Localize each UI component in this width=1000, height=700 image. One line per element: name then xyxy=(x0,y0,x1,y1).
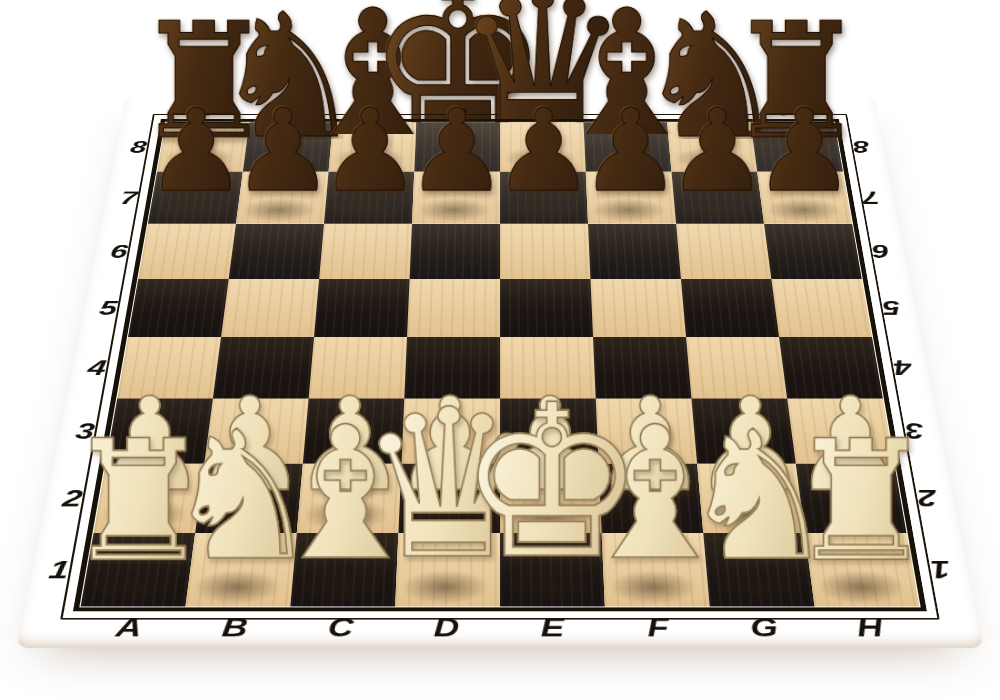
square-e6[interactable] xyxy=(500,224,590,279)
piece-shadow xyxy=(681,196,761,222)
piece-shadow xyxy=(507,196,585,222)
piece-shadow xyxy=(818,568,915,605)
chess-board: ABCDEFGH8♜♞♝♚♛♝♞♜87♟♟♟♟♟♟♟♟7665544332♟♟♟… xyxy=(16,97,984,649)
square-h6[interactable] xyxy=(764,224,862,279)
rank-label-left-6-text: 6 xyxy=(109,242,130,261)
square-b5[interactable] xyxy=(221,279,319,337)
file-label-bottom-b: B xyxy=(180,607,290,649)
board-perspective-wrapper: ABCDEFGH8♜♞♝♚♛♝♞♜87♟♟♟♟♟♟♟♟7665544332♟♟♟… xyxy=(0,0,1000,700)
rank-label-left-5-text: 5 xyxy=(98,298,119,318)
piece-shadow xyxy=(155,196,236,222)
file-label-bottom-e-text: E xyxy=(540,614,565,640)
file-label-bottom-e: E xyxy=(500,607,607,649)
square-e5[interactable] xyxy=(500,279,593,337)
board-frame-corner xyxy=(919,607,984,649)
piece-shadow xyxy=(89,568,186,605)
file-label-bottom-b-text: B xyxy=(221,614,250,640)
square-d6[interactable] xyxy=(410,224,500,279)
rank-label-right-6-text: 6 xyxy=(871,242,892,261)
square-a5[interactable] xyxy=(128,279,229,337)
photo-background: ABCDEFGH8♜♞♝♚♛♝♞♜87♟♟♟♟♟♟♟♟7665544332♟♟♟… xyxy=(0,0,1000,700)
rank-label-left-5: 5 xyxy=(78,279,138,337)
square-a6[interactable] xyxy=(138,224,236,279)
file-label-bottom-a-text: A xyxy=(114,614,145,640)
file-label-bottom-d: D xyxy=(393,607,500,649)
square-g6[interactable] xyxy=(676,224,771,279)
file-label-bottom-f-text: F xyxy=(647,614,671,640)
rank-label-right-5: 5 xyxy=(862,279,922,337)
square-b6[interactable] xyxy=(229,224,324,279)
file-label-bottom-h: H xyxy=(815,607,927,649)
square-h5[interactable] xyxy=(771,279,872,337)
piece-black-pawn[interactable]: ♟ xyxy=(700,94,908,208)
piece-shadow xyxy=(404,568,496,605)
square-g5[interactable] xyxy=(681,279,779,337)
file-label-bottom-a: A xyxy=(73,607,185,649)
square-f6[interactable] xyxy=(588,224,681,279)
piece-shadow xyxy=(594,196,673,222)
square-h1[interactable]: ♜ xyxy=(805,533,920,607)
piece-shadow xyxy=(508,568,600,605)
rank-label-right-6: 6 xyxy=(852,224,910,279)
piece-shadow xyxy=(715,568,811,605)
file-label-bottom-d-text: D xyxy=(433,614,460,640)
file-label-bottom-c: C xyxy=(287,607,396,649)
piece-shadow xyxy=(419,196,496,222)
piece-white-rook[interactable]: ♜ xyxy=(737,418,985,584)
square-h7[interactable]: ♟ xyxy=(757,172,852,224)
piece-shadow xyxy=(299,568,393,605)
square-f5[interactable] xyxy=(590,279,686,337)
piece-shadow xyxy=(243,196,323,222)
board-frame-corner xyxy=(16,607,81,649)
square-c6[interactable] xyxy=(319,224,412,279)
file-label-bottom-c-text: C xyxy=(327,614,355,640)
file-label-bottom-h-text: H xyxy=(855,614,886,640)
rank-label-right-5-text: 5 xyxy=(881,298,902,318)
square-c5[interactable] xyxy=(314,279,410,337)
file-label-bottom-g: G xyxy=(710,607,820,649)
file-label-bottom-f: F xyxy=(605,607,714,649)
piece-shadow xyxy=(194,568,290,605)
square-d5[interactable] xyxy=(407,279,500,337)
file-label-bottom-g-text: G xyxy=(749,614,780,640)
piece-shadow xyxy=(611,568,705,605)
piece-shadow xyxy=(331,196,410,222)
piece-shadow xyxy=(767,196,848,222)
